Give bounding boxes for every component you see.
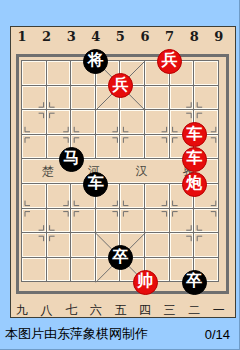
file-label-top: 2 [35,30,59,44]
piece-red-general[interactable]: 帅 [133,270,158,295]
board-cell [145,110,169,134]
board-cell [145,86,169,110]
file-label-bottom: 五 [108,303,132,317]
piece-red-soldier[interactable]: 兵 [157,49,182,74]
file-label-bottom: 七 [59,303,83,317]
board-cell [120,110,144,134]
board-cell [71,110,95,134]
piece-black-soldier[interactable]: 卒 [182,270,207,295]
board-cell [47,233,71,257]
board-cell [47,209,71,233]
file-label-top: 6 [133,30,157,44]
credit-text: 本图片由东萍象棋网制作 [5,325,148,343]
board-cell [71,209,95,233]
board-cell [22,184,46,208]
board-cell [194,209,218,233]
piece-black-general[interactable]: 将 [83,49,108,74]
board-cell [120,184,144,208]
river-char: 汉 [135,165,149,178]
board-cell [96,135,120,159]
piece-black-chariot[interactable]: 车 [83,172,108,197]
board-cell [22,61,46,85]
board-cell [22,233,46,257]
file-label-top: 4 [84,30,108,44]
piece-black-horse[interactable]: 马 [59,147,84,172]
board-cell [47,258,71,282]
board-cell [22,258,46,282]
board-cell [194,233,218,257]
board-cell [145,184,169,208]
river-char: 楚 [41,165,55,178]
board-cell [22,209,46,233]
board-cell [120,209,144,233]
board-cell [22,135,46,159]
file-label-top: 3 [59,30,83,44]
board-cell [47,184,71,208]
board-cell [120,135,144,159]
file-label-bottom: 一 [207,303,231,317]
board-cell [145,209,169,233]
piece-red-cannon[interactable]: 炮 [182,172,207,197]
file-label-top: 7 [158,30,182,44]
board-cell [22,110,46,134]
file-label-bottom: 九 [10,303,34,317]
board-cell [170,209,194,233]
file-label-top: 1 [10,30,34,44]
file-label-bottom: 二 [182,303,206,317]
board-cell [194,61,218,85]
board-cell [22,86,46,110]
board-cell [96,110,120,134]
piece-red-chariot[interactable]: 车 [182,147,207,172]
board-cell [194,86,218,110]
xiangqi-board[interactable]: 楚河汉界 123456789 九八七六五四三二一 将兵兵车马车车炮卒帅卒 [10,26,236,318]
board-cell [71,258,95,282]
board-cell [145,135,169,159]
board-cell [96,209,120,233]
board-cell [47,110,71,134]
file-label-top: 5 [108,30,132,44]
board-cell [170,86,194,110]
board-cell [47,61,71,85]
board-cell [145,233,169,257]
file-label-bottom: 八 [35,303,59,317]
board-cell [71,86,95,110]
move-counter: 0/14 [205,327,230,342]
board-cell [71,233,95,257]
board-cell [170,233,194,257]
status-bar: 本图片由东萍象棋网制作 0/14 [0,318,240,348]
piece-red-chariot[interactable]: 车 [182,122,207,147]
file-label-top: 9 [207,30,231,44]
xiangqi-viewer-window: 楚河汉界 123456789 九八七六五四三二一 将兵兵车马车车炮卒帅卒 本图片… [0,0,240,350]
file-label-top: 8 [182,30,206,44]
board-cell [47,86,71,110]
file-label-bottom: 三 [158,303,182,317]
file-label-bottom: 六 [84,303,108,317]
file-label-bottom: 四 [133,303,157,317]
piece-red-soldier[interactable]: 兵 [108,73,133,98]
